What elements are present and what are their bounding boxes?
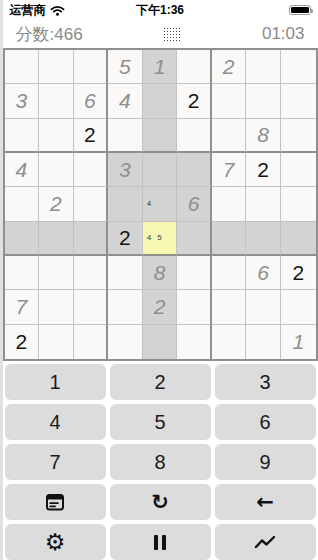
cell-r1c8[interactable] xyxy=(246,50,281,84)
cell-r4c7[interactable]: 7 xyxy=(212,153,247,187)
given-digit: 2 xyxy=(154,296,166,317)
status-left: 运营商 xyxy=(10,2,65,19)
user-digit: 2 xyxy=(188,90,200,111)
cell-r7c7[interactable] xyxy=(212,256,247,290)
cell-r6c2[interactable] xyxy=(39,222,74,256)
cell-r2c9[interactable] xyxy=(281,84,316,118)
sudoku-app: 运营商 下午1:36 分数:466 01:03 5123642284372246… xyxy=(3,0,318,560)
cell-r1c6[interactable] xyxy=(177,50,212,84)
cell-r6c7[interactable] xyxy=(212,222,247,256)
pencil-marks: 4 xyxy=(144,188,176,219)
cell-r8c9[interactable] xyxy=(281,290,316,324)
cell-r3c1[interactable] xyxy=(5,119,40,153)
given-digit: 1 xyxy=(154,56,166,77)
cell-r1c5[interactable]: 1 xyxy=(143,50,178,84)
cell-r6c5[interactable]: 45 xyxy=(143,222,178,256)
settings-button[interactable]: ⚙ xyxy=(5,524,106,560)
cell-r5c6[interactable]: 6 xyxy=(177,187,212,221)
memo-icon xyxy=(43,490,67,514)
undo-arrow-icon: ← xyxy=(256,492,274,513)
cell-r2c7[interactable] xyxy=(212,84,247,118)
cell-r2c6[interactable]: 2 xyxy=(177,84,212,118)
pencil-mark-digit: 4 xyxy=(144,233,155,243)
cell-r1c1[interactable] xyxy=(5,50,40,84)
cell-r6c1[interactable] xyxy=(5,222,40,256)
cell-r6c4[interactable]: 2 xyxy=(108,222,143,256)
numpad-key-9[interactable]: 9 xyxy=(215,444,316,480)
cell-r4c3[interactable] xyxy=(74,153,109,187)
status-right xyxy=(289,5,311,15)
cell-r7c4[interactable] xyxy=(108,256,143,290)
given-digit: 1 xyxy=(292,331,304,352)
pencil-mark-digit: 5 xyxy=(154,233,165,243)
cell-r6c8[interactable] xyxy=(246,222,281,256)
user-digit: 2 xyxy=(84,124,96,145)
cell-r5c7[interactable] xyxy=(212,187,247,221)
cell-r5c5[interactable]: 4 xyxy=(143,187,178,221)
stats-button[interactable] xyxy=(215,524,316,560)
pencil-mark-digit: 4 xyxy=(144,199,155,209)
cell-r9c3[interactable] xyxy=(74,325,109,359)
cell-r7c5[interactable]: 8 xyxy=(143,256,178,290)
cell-r3c4[interactable] xyxy=(108,119,143,153)
cell-r7c3[interactable] xyxy=(74,256,109,290)
sudoku-board: 51236422843722462458627221 xyxy=(3,48,318,361)
cell-r8c7[interactable] xyxy=(212,290,247,324)
numpad-key-1[interactable]: 1 xyxy=(5,364,106,400)
cell-r4c2[interactable] xyxy=(39,153,74,187)
cell-r3c8[interactable]: 8 xyxy=(246,119,281,153)
cell-r5c9[interactable] xyxy=(281,187,316,221)
pencil-marks: 45 xyxy=(144,223,176,253)
cell-r7c8[interactable]: 6 xyxy=(246,256,281,290)
given-digit: 4 xyxy=(15,159,27,180)
cell-r9c6[interactable] xyxy=(177,325,212,359)
numpad-key-7[interactable]: 7 xyxy=(5,444,106,480)
cell-r4c9[interactable] xyxy=(281,153,316,187)
redo-icon: ↻ xyxy=(151,492,169,513)
given-digit: 5 xyxy=(119,56,131,77)
given-digit: 6 xyxy=(257,262,269,283)
given-digit: 7 xyxy=(15,296,27,317)
cell-r3c7[interactable] xyxy=(212,119,247,153)
cell-r9c1[interactable]: 2 xyxy=(5,325,40,359)
numpad-key-6[interactable]: 6 xyxy=(215,404,316,440)
cell-r8c3[interactable] xyxy=(74,290,109,324)
cell-r4c4[interactable]: 3 xyxy=(108,153,143,187)
toolbar-row-1: ↻ ← xyxy=(3,484,318,520)
score-label: 分数:466 xyxy=(16,23,83,46)
given-digit: 6 xyxy=(188,193,200,214)
cell-r2c1[interactable]: 3 xyxy=(5,84,40,118)
board-dots-icon xyxy=(163,27,181,41)
cell-r7c6[interactable] xyxy=(177,256,212,290)
given-digit: 6 xyxy=(84,90,96,111)
given-digit: 3 xyxy=(15,90,27,111)
status-bar: 运营商 下午1:36 xyxy=(3,0,318,20)
number-keypad: 123456789 xyxy=(3,364,318,480)
given-digit: 2 xyxy=(50,193,62,214)
cell-r6c3[interactable] xyxy=(74,222,109,256)
cell-r8c1[interactable]: 7 xyxy=(5,290,40,324)
given-digit: 8 xyxy=(154,262,166,283)
cell-r7c2[interactable] xyxy=(39,256,74,290)
cell-r8c2[interactable] xyxy=(39,290,74,324)
cell-r9c5[interactable] xyxy=(143,325,178,359)
cell-r3c5[interactable] xyxy=(143,119,178,153)
cell-r1c7[interactable]: 2 xyxy=(212,50,247,84)
cell-r3c6[interactable] xyxy=(177,119,212,153)
trend-line-icon xyxy=(253,533,277,551)
given-digit: 8 xyxy=(257,124,269,145)
cell-r1c4[interactable]: 5 xyxy=(108,50,143,84)
user-digit: 2 xyxy=(119,227,131,248)
given-digit: 4 xyxy=(119,90,131,111)
user-digit: 2 xyxy=(257,159,269,180)
wifi-icon xyxy=(50,5,65,16)
cell-r2c4[interactable]: 4 xyxy=(108,84,143,118)
cell-r9c8[interactable] xyxy=(246,325,281,359)
cell-r8c5[interactable]: 2 xyxy=(143,290,178,324)
cell-r9c4[interactable] xyxy=(108,325,143,359)
game-header: 分数:466 01:03 xyxy=(3,20,318,48)
numpad-key-4[interactable]: 4 xyxy=(5,404,106,440)
given-digit: 7 xyxy=(223,159,235,180)
numpad-key-3[interactable]: 3 xyxy=(215,364,316,400)
cell-r7c9[interactable]: 2 xyxy=(281,256,316,290)
cell-r3c3[interactable]: 2 xyxy=(74,119,109,153)
cell-r4c5[interactable] xyxy=(143,153,178,187)
cell-r1c2[interactable] xyxy=(39,50,74,84)
cell-r2c3[interactable]: 6 xyxy=(74,84,109,118)
cell-r4c8[interactable]: 2 xyxy=(246,153,281,187)
battery-fill xyxy=(291,7,309,13)
cell-r9c7[interactable] xyxy=(212,325,247,359)
battery-icon xyxy=(289,5,311,15)
cell-r5c4[interactable] xyxy=(108,187,143,221)
cell-r1c9[interactable] xyxy=(281,50,316,84)
cell-r3c9[interactable] xyxy=(281,119,316,153)
cell-r5c2[interactable]: 2 xyxy=(39,187,74,221)
cell-r3c2[interactable] xyxy=(39,119,74,153)
user-digit: 2 xyxy=(15,331,27,352)
cell-r8c8[interactable] xyxy=(246,290,281,324)
user-digit: 2 xyxy=(292,262,304,283)
cell-r5c8[interactable] xyxy=(246,187,281,221)
cell-r2c5[interactable] xyxy=(143,84,178,118)
cell-r8c6[interactable] xyxy=(177,290,212,324)
cell-r7c1[interactable] xyxy=(5,256,40,290)
gear-icon: ⚙ xyxy=(45,531,66,554)
cell-r2c2[interactable] xyxy=(39,84,74,118)
given-digit: 2 xyxy=(223,56,235,77)
cell-r6c9[interactable] xyxy=(281,222,316,256)
numpad-key-5[interactable]: 5 xyxy=(110,404,211,440)
cell-r4c6[interactable] xyxy=(177,153,212,187)
redo-button[interactable]: ↻ xyxy=(110,484,211,520)
numpad-key-8[interactable]: 8 xyxy=(110,444,211,480)
cell-r8c4[interactable] xyxy=(108,290,143,324)
timer-label: 01:03 xyxy=(262,24,305,44)
carrier-label: 运营商 xyxy=(10,2,46,19)
cell-r9c9[interactable]: 1 xyxy=(281,325,316,359)
pause-button[interactable] xyxy=(110,524,211,560)
cell-r2c8[interactable] xyxy=(246,84,281,118)
undo-button[interactable]: ← xyxy=(215,484,316,520)
toolbar-row-2: ⚙ xyxy=(3,524,318,560)
given-digit: 3 xyxy=(119,159,131,180)
cell-r5c3[interactable] xyxy=(74,187,109,221)
cell-r1c3[interactable] xyxy=(74,50,109,84)
memo-button[interactable] xyxy=(5,484,106,520)
cell-r9c2[interactable] xyxy=(39,325,74,359)
cell-r5c1[interactable] xyxy=(5,187,40,221)
cell-r6c6[interactable] xyxy=(177,222,212,256)
battery-nub xyxy=(311,9,313,13)
numpad-key-2[interactable]: 2 xyxy=(110,364,211,400)
cell-r4c1[interactable]: 4 xyxy=(5,153,40,187)
pause-icon xyxy=(154,535,166,550)
